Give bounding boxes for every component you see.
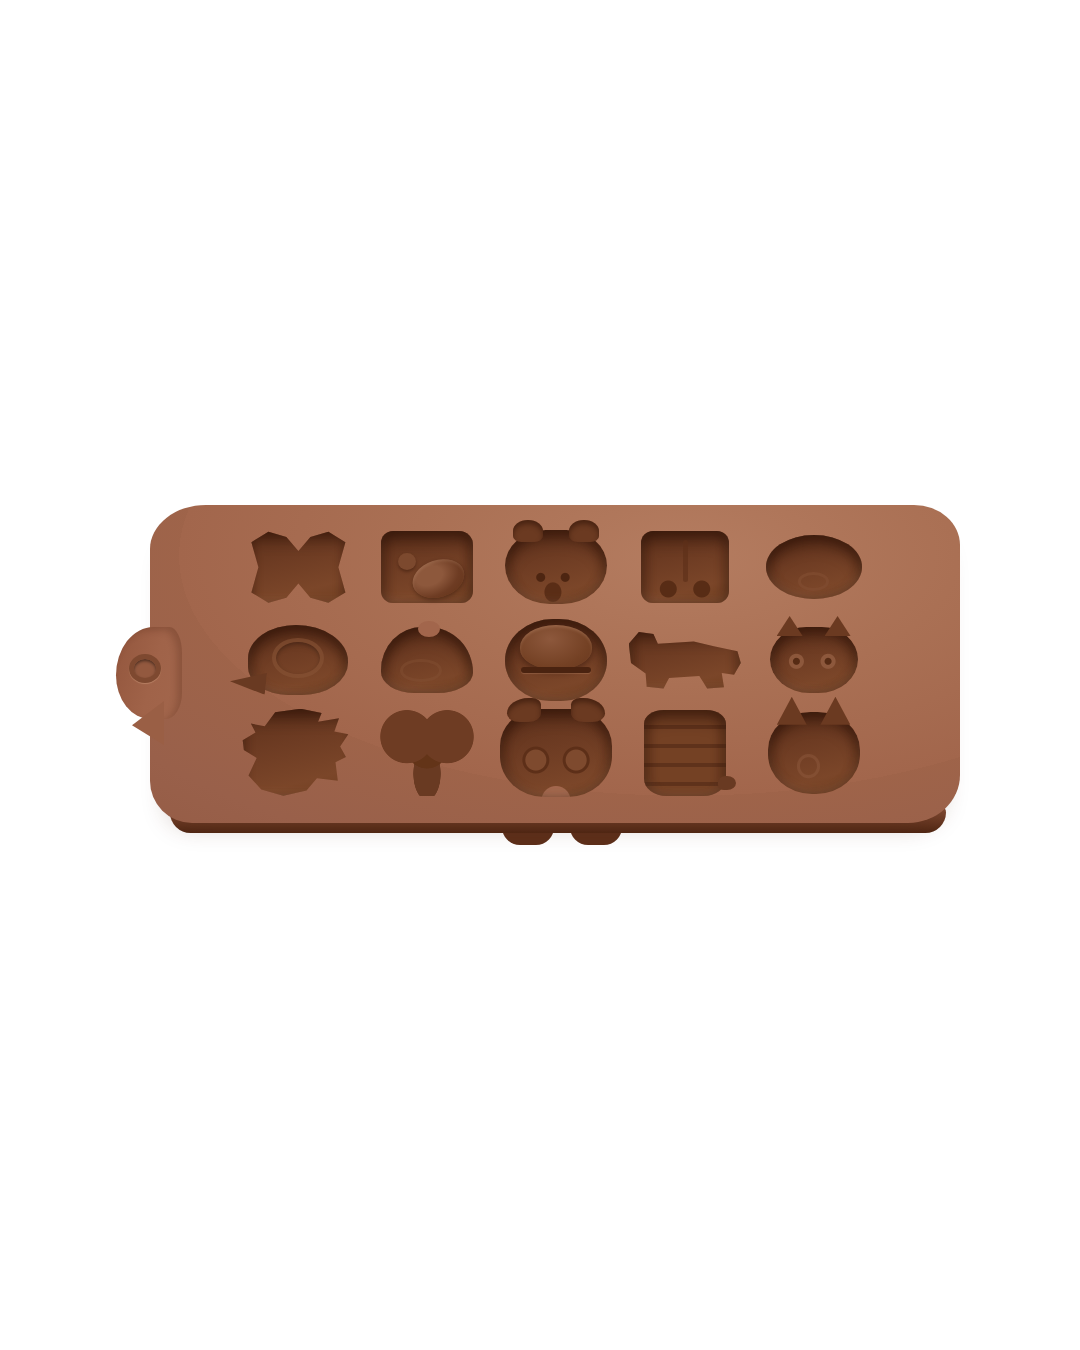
cavity-barrel: [644, 710, 726, 796]
cavity-grid: [234, 521, 878, 799]
cavity-snail: [248, 625, 348, 695]
cavity-swan-square: [381, 531, 473, 603]
mold-cell-r3c5: [749, 706, 878, 799]
cavity-oval-cup: [766, 535, 862, 599]
cavity-fox-face: [768, 712, 860, 794]
hanging-tab: [116, 627, 182, 719]
cavity-monkey-face: [505, 619, 607, 701]
mold-cell-r2c2: [363, 614, 492, 707]
mold-cell-r1c2: [363, 521, 492, 614]
cavity-cat-face: [770, 627, 858, 693]
mold-cell-r3c2: [363, 706, 492, 799]
cavity-elephant-head: [379, 710, 475, 796]
mold-cell-r2c3: [492, 614, 621, 707]
mold-front-rim: [170, 805, 946, 833]
mold-cell-r2c5: [749, 614, 878, 707]
mold-cell-r2c4: [620, 614, 749, 707]
underside-bump: [502, 827, 554, 845]
mold-cell-r3c1: [234, 706, 363, 799]
mold-cell-r2c1: [234, 614, 363, 707]
mold-cell-r1c5: [749, 521, 878, 614]
cavity-toy-car-square: [641, 531, 729, 603]
hanging-hole: [129, 654, 161, 683]
mold-cell-r1c1: [234, 521, 363, 614]
cavity-chick: [381, 627, 473, 693]
cavity-lying-dog: [629, 629, 741, 691]
chocolate-mold-tray: [150, 505, 960, 823]
mold-cell-r3c4: [620, 706, 749, 799]
mold-cell-r3c3: [492, 706, 621, 799]
cavity-butterfly: [248, 530, 348, 604]
mold-cell-r1c4: [620, 521, 749, 614]
cavity-bear-face: [505, 530, 607, 604]
underside-bump: [570, 827, 622, 845]
mold-cell-r1c3: [492, 521, 621, 614]
cavity-owl: [500, 709, 612, 797]
cavity-hen: [240, 709, 356, 797]
product-photo: [0, 0, 1080, 1350]
